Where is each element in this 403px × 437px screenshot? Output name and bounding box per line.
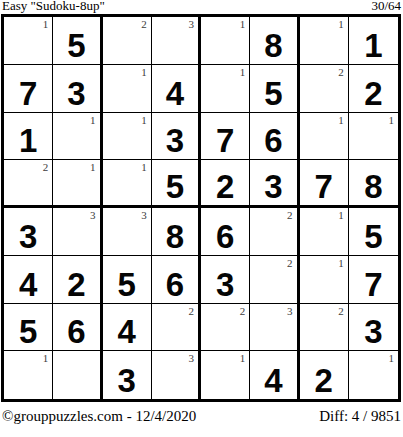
cell-r2c2[interactable]: 3 <box>53 65 102 113</box>
cell-r1c7[interactable]: 1 <box>300 17 349 65</box>
pencil-mark: 1 <box>90 114 96 126</box>
cell-r8c3[interactable]: 3 <box>103 351 152 399</box>
cell-r6c4[interactable]: 6 <box>152 256 201 304</box>
cell-value: 2 <box>53 268 99 301</box>
cell-r7c4[interactable]: 2 <box>152 304 201 352</box>
cell-r7c6[interactable]: 3 <box>250 304 299 352</box>
cell-r4c6[interactable]: 3 <box>250 160 299 208</box>
pencil-mark: 1 <box>141 66 147 78</box>
cell-r2c7[interactable]: 2 <box>300 65 349 113</box>
cell-r7c2[interactable]: 6 <box>53 304 102 352</box>
cell-r1c6[interactable]: 8 <box>250 17 299 65</box>
cell-value: 4 <box>103 315 151 348</box>
footer: ©grouppuzzles.com - 12/4/2020 Diff: 4 / … <box>2 407 401 425</box>
cell-value: 6 <box>201 220 249 253</box>
pencil-mark: 1 <box>90 161 96 173</box>
cell-r6c1[interactable]: 4 <box>4 256 53 304</box>
cell-value: 5 <box>4 315 52 348</box>
cell-r5c7[interactable]: 1 <box>300 208 349 256</box>
cell-r5c8[interactable]: 5 <box>349 208 398 256</box>
pencil-mark: 1 <box>389 352 395 364</box>
credit-text: ©grouppuzzles.com - 12/4/2020 <box>2 407 196 425</box>
cell-r3c2[interactable]: 1 <box>53 113 102 161</box>
cell-r7c1[interactable]: 5 <box>4 304 53 352</box>
cell-value: 3 <box>53 77 99 110</box>
cell-r4c5[interactable]: 2 <box>201 160 250 208</box>
cell-r7c7[interactable]: 2 <box>300 304 349 352</box>
cell-r8c5[interactable]: 1 <box>201 351 250 399</box>
cell-value: 7 <box>349 268 398 301</box>
pencil-mark: 1 <box>338 209 344 221</box>
puzzle-page: Easy "Sudoku-8up" 30/64 1523181173141522… <box>0 0 403 437</box>
cell-r3c4[interactable]: 3 <box>152 113 201 161</box>
cell-r7c8[interactable]: 3 <box>349 304 398 352</box>
pencil-mark: 3 <box>189 18 195 30</box>
cell-r2c8[interactable]: 2 <box>349 65 398 113</box>
cell-value: 3 <box>4 220 52 253</box>
pencil-mark: 3 <box>189 352 195 364</box>
pencil-mark: 2 <box>240 305 246 317</box>
cell-value: 3 <box>103 364 151 397</box>
page-title: Easy "Sudoku-8up" <box>2 0 105 14</box>
pencil-mark: 2 <box>287 209 293 221</box>
cell-r2c4[interactable]: 4 <box>152 65 201 113</box>
cell-value: 4 <box>250 364 296 397</box>
cell-r6c3[interactable]: 5 <box>103 256 152 304</box>
cell-r3c7[interactable]: 1 <box>300 113 349 161</box>
cell-r1c5[interactable]: 1 <box>201 17 250 65</box>
cell-value: 3 <box>152 124 198 157</box>
pencil-mark: 1 <box>240 18 246 30</box>
cell-r1c8[interactable]: 1 <box>349 17 398 65</box>
cell-value: 2 <box>201 170 249 203</box>
cell-value: 7 <box>201 124 249 157</box>
cell-value: 2 <box>300 364 348 397</box>
cell-r8c1[interactable]: 1 <box>4 351 53 399</box>
cell-r6c7[interactable]: 1 <box>300 256 349 304</box>
cell-r4c7[interactable]: 7 <box>300 160 349 208</box>
cell-r2c6[interactable]: 5 <box>250 65 299 113</box>
cell-r2c5[interactable]: 1 <box>201 65 250 113</box>
cell-value: 6 <box>250 124 296 157</box>
cell-value: 5 <box>103 268 151 301</box>
cell-r8c4[interactable]: 3 <box>152 351 201 399</box>
cell-r3c1[interactable]: 1 <box>4 113 53 161</box>
cell-r6c2[interactable]: 2 <box>53 256 102 304</box>
pencil-mark: 2 <box>43 161 49 173</box>
cell-r3c8[interactable]: 1 <box>349 113 398 161</box>
cell-r3c3[interactable]: 1 <box>103 113 152 161</box>
cell-value: 2 <box>349 77 398 110</box>
cell-r7c5[interactable]: 2 <box>201 304 250 352</box>
header: Easy "Sudoku-8up" 30/64 <box>2 0 401 14</box>
cell-value: 4 <box>4 268 52 301</box>
cell-value: 3 <box>349 315 398 348</box>
pencil-mark: 2 <box>189 305 195 317</box>
cell-r4c3[interactable]: 1 <box>103 160 152 208</box>
cell-r8c6[interactable]: 4 <box>250 351 299 399</box>
cell-value: 1 <box>4 124 52 157</box>
cell-r6c6[interactable]: 2 <box>250 256 299 304</box>
cell-r4c8[interactable]: 8 <box>349 160 398 208</box>
cell-r5c1[interactable]: 3 <box>4 208 53 256</box>
cell-value: 3 <box>250 170 296 203</box>
pencil-mark: 1 <box>389 114 395 126</box>
cell-value: 7 <box>300 170 348 203</box>
sudoku-board: 1523181173141522111376112115237833386215… <box>1 14 401 402</box>
cell-r1c3[interactable]: 2 <box>103 17 152 65</box>
pencil-mark: 2 <box>338 66 344 78</box>
cell-value: 1 <box>349 29 398 62</box>
pencil-mark: 1 <box>141 114 147 126</box>
pencil-mark: 3 <box>141 209 147 221</box>
pencil-mark: 1 <box>43 18 49 30</box>
cell-r8c2[interactable] <box>53 351 102 399</box>
cell-value: 6 <box>53 315 99 348</box>
cell-value: 8 <box>349 170 398 203</box>
cell-value: 6 <box>152 268 198 301</box>
cell-r2c3[interactable]: 1 <box>103 65 152 113</box>
pencil-mark: 2 <box>338 305 344 317</box>
pencil-mark: 1 <box>338 114 344 126</box>
pencil-mark: 3 <box>287 305 293 317</box>
cell-value: 5 <box>152 170 198 203</box>
pencil-mark: 1 <box>338 18 344 30</box>
cell-value: 7 <box>4 77 52 110</box>
pencil-mark: 3 <box>90 209 96 221</box>
cell-r5c5[interactable]: 6 <box>201 208 250 256</box>
cell-value: 5 <box>53 29 99 62</box>
cell-r4c4[interactable]: 5 <box>152 160 201 208</box>
pencil-mark: 2 <box>141 18 147 30</box>
difficulty-text: Diff: 4 / 9851 <box>319 407 401 425</box>
cell-r4c1[interactable]: 2 <box>4 160 53 208</box>
puzzle-counter: 30/64 <box>371 0 401 14</box>
cell-value: 5 <box>250 77 296 110</box>
cell-value: 8 <box>152 220 198 253</box>
pencil-mark: 2 <box>287 257 293 269</box>
cell-r5c6[interactable]: 2 <box>250 208 299 256</box>
cell-r6c8[interactable]: 7 <box>349 256 398 304</box>
pencil-mark: 1 <box>141 161 147 173</box>
cell-r2c1[interactable]: 7 <box>4 65 53 113</box>
cell-r5c4[interactable]: 8 <box>152 208 201 256</box>
cell-r5c2[interactable]: 3 <box>53 208 102 256</box>
pencil-mark: 1 <box>240 66 246 78</box>
cell-r1c4[interactable]: 3 <box>152 17 201 65</box>
cell-value: 3 <box>201 268 249 301</box>
cell-r1c1[interactable]: 1 <box>4 17 53 65</box>
cell-r3c5[interactable]: 7 <box>201 113 250 161</box>
cell-value: 5 <box>349 220 398 253</box>
cell-r1c2[interactable]: 5 <box>53 17 102 65</box>
pencil-mark: 1 <box>43 352 49 364</box>
cell-r8c8[interactable]: 1 <box>349 351 398 399</box>
cell-r8c7[interactable]: 2 <box>300 351 349 399</box>
cell-r3c6[interactable]: 6 <box>250 113 299 161</box>
cell-r5c3[interactable]: 3 <box>103 208 152 256</box>
cell-r4c2[interactable]: 1 <box>53 160 102 208</box>
cell-value: 8 <box>250 29 296 62</box>
pencil-mark: 1 <box>338 257 344 269</box>
pencil-mark: 1 <box>240 352 246 364</box>
cell-r6c5[interactable]: 3 <box>201 256 250 304</box>
cell-r7c3[interactable]: 4 <box>103 304 152 352</box>
cell-value: 4 <box>152 77 198 110</box>
